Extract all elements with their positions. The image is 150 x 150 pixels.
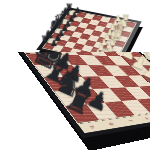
closeup-tilt: ♜♞♝♛♚♝♞♜♟♟♟♟♟♟♟♟♟♟♟♟♟♟♟♟♜♞♝♛♚♝♞♜ abcdefg…	[11, 52, 150, 150]
square-d8: ♛	[26, 53, 54, 65]
closeup-perspective: ♜♞♝♛♚♝♞♜♟♟♟♟♟♟♟♟♟♟♟♟♟♟♟♟♜♞♝♛♚♝♞♜ abcdefg…	[11, 52, 150, 150]
piece-black-r-a8: ♜	[65, 3, 73, 12]
square-g4	[125, 87, 150, 100]
coordinate-label: e	[144, 117, 150, 120]
coordinate-label: g	[108, 122, 115, 125]
board-view-closeup: ♜♞♝♛♚♝♞♜♟♟♟♟♟♟♟♟♟♟♟♟♟♟♟♟♜♞♝♛♚♝♞♜ abcdefg…	[0, 52, 150, 150]
coordinate-label: f	[127, 120, 133, 122]
coordinate-label: h	[88, 125, 96, 129]
square-c3	[102, 27, 113, 33]
chess-set-product-photo: ♜♞♝♛♚♝♞♜♟♟♟♟♟♟♟♟♟♟♟♟♟♟♟♟♜♞♝♛♚♝♞♜ ♜♞♝♛♚♝♞…	[0, 0, 150, 150]
square-h7: ♟	[52, 44, 64, 51]
square-h8: ♜	[66, 104, 99, 122]
board-and-strip: ♜♞♝♛♚♝♞♜♟♟♟♟♟♟♟♟♟♟♟♟♟♟♟♟♜♞♝♛♚♝♞♜ abcdefg…	[2, 52, 150, 133]
chess-board-closeup: ♜♞♝♛♚♝♞♜♟♟♟♟♟♟♟♟♟♟♟♟♟♟♟♟♜♞♝♛♚♝♞♜ abcdefg…	[0, 52, 150, 138]
board-squares: ♜♞♝♛♚♝♞♜♟♟♟♟♟♟♟♟♟♟♟♟♟♟♟♟♜♞♝♛♚♝♞♜	[2, 52, 150, 124]
